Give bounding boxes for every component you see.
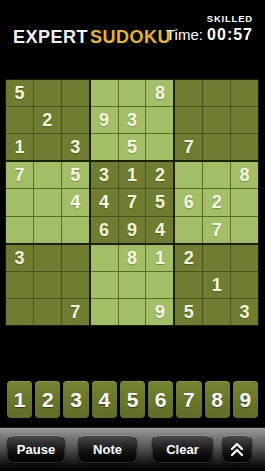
- double-chevron-up-icon: [230, 441, 244, 457]
- cell-r5c7[interactable]: 6: [175, 189, 202, 215]
- cell-r8c5[interactable]: [119, 272, 146, 298]
- cell-r7c6[interactable]: 1: [146, 245, 173, 271]
- cell-r2c2[interactable]: 2: [34, 107, 61, 133]
- cell-r5c6[interactable]: 5: [146, 189, 173, 215]
- cell-r5c3[interactable]: 4: [62, 189, 89, 215]
- numpad-button-5[interactable]: 5: [120, 381, 145, 418]
- cell-r1c2[interactable]: [34, 80, 61, 106]
- cell-r2c3[interactable]: [62, 107, 89, 133]
- box-1-1: 5213: [6, 80, 89, 160]
- cell-r1c7[interactable]: [175, 80, 202, 106]
- cell-r4c8[interactable]: [203, 162, 230, 188]
- toolbar: Pause Note Clear: [0, 427, 265, 471]
- numpad-button-6[interactable]: 6: [148, 381, 173, 418]
- cell-r5c1[interactable]: [6, 189, 33, 215]
- cell-r6c7[interactable]: [175, 217, 202, 243]
- cell-r8c6[interactable]: [146, 272, 173, 298]
- cell-r8c1[interactable]: [6, 272, 33, 298]
- cell-r4c5[interactable]: 1: [119, 162, 146, 188]
- box-1-2: 8935: [91, 80, 174, 160]
- box-3-3: 2153: [175, 245, 258, 325]
- cell-r9c2[interactable]: [34, 299, 61, 325]
- box-2-2: 312475694: [91, 162, 174, 242]
- cell-r2c5[interactable]: 3: [119, 107, 146, 133]
- cell-r3c7[interactable]: 7: [175, 134, 202, 160]
- cell-r7c4[interactable]: [91, 245, 118, 271]
- cell-r8c4[interactable]: [91, 272, 118, 298]
- cell-r3c2[interactable]: [34, 134, 61, 160]
- numpad-button-2[interactable]: 2: [35, 381, 60, 418]
- cell-r2c9[interactable]: [231, 107, 258, 133]
- cell-r6c4[interactable]: 6: [91, 217, 118, 243]
- cell-r9c3[interactable]: 7: [62, 299, 89, 325]
- cell-r1c1[interactable]: 5: [6, 80, 33, 106]
- cell-r1c8[interactable]: [203, 80, 230, 106]
- cell-r4c6[interactable]: 2: [146, 162, 173, 188]
- sudoku-board: 5213893577543124756948627378192153: [5, 79, 259, 326]
- cell-r9c5[interactable]: [119, 299, 146, 325]
- collapse-toolbar-button[interactable]: [222, 435, 252, 463]
- cell-r4c7[interactable]: [175, 162, 202, 188]
- cell-r3c9[interactable]: [231, 134, 258, 160]
- cell-r6c9[interactable]: [231, 217, 258, 243]
- cell-r2c8[interactable]: [203, 107, 230, 133]
- numpad-button-3[interactable]: 3: [63, 381, 88, 418]
- pause-button[interactable]: Pause: [7, 435, 65, 463]
- cell-r2c6[interactable]: [146, 107, 173, 133]
- cell-r1c9[interactable]: [231, 80, 258, 106]
- box-3-2: 819: [91, 245, 174, 325]
- cell-r7c5[interactable]: 8: [119, 245, 146, 271]
- cell-r7c3[interactable]: [62, 245, 89, 271]
- numpad-button-9[interactable]: 9: [233, 381, 258, 418]
- cell-r6c3[interactable]: [62, 217, 89, 243]
- cell-r4c2[interactable]: [34, 162, 61, 188]
- cell-r5c4[interactable]: 4: [91, 189, 118, 215]
- numpad-button-7[interactable]: 7: [176, 381, 201, 418]
- cell-r6c5[interactable]: 9: [119, 217, 146, 243]
- cell-r9c7[interactable]: 5: [175, 299, 202, 325]
- cell-r1c4[interactable]: [91, 80, 118, 106]
- cell-r9c4[interactable]: [91, 299, 118, 325]
- cell-r7c2[interactable]: [34, 245, 61, 271]
- cell-r1c6[interactable]: 8: [146, 80, 173, 106]
- cell-r6c2[interactable]: [34, 217, 61, 243]
- cell-r1c3[interactable]: [62, 80, 89, 106]
- cell-r9c8[interactable]: [203, 299, 230, 325]
- number-pad: 1 2 3 4 5 6 7 8 9: [7, 381, 258, 418]
- cell-r3c1[interactable]: 1: [6, 134, 33, 160]
- status-block: SKILLED Time: 00:57: [166, 13, 253, 44]
- cell-r9c9[interactable]: 3: [231, 299, 258, 325]
- cell-r5c8[interactable]: 2: [203, 189, 230, 215]
- cell-r6c8[interactable]: 7: [203, 217, 230, 243]
- cell-r8c7[interactable]: [175, 272, 202, 298]
- cell-r4c1[interactable]: 7: [6, 162, 33, 188]
- cell-r8c3[interactable]: [62, 272, 89, 298]
- cell-r2c1[interactable]: [6, 107, 33, 133]
- app-logo: EXPERTSUDOKU: [13, 27, 171, 48]
- cell-r5c2[interactable]: [34, 189, 61, 215]
- cell-r7c1[interactable]: 3: [6, 245, 33, 271]
- cell-r1c5[interactable]: [119, 80, 146, 106]
- cell-r3c5[interactable]: 5: [119, 134, 146, 160]
- time-value: 00:57: [207, 26, 253, 43]
- cell-r2c4[interactable]: 9: [91, 107, 118, 133]
- difficulty-label: SKILLED: [166, 13, 253, 24]
- cell-r3c8[interactable]: [203, 134, 230, 160]
- logo-expert: EXPERT: [13, 27, 88, 47]
- cell-r9c6[interactable]: 9: [146, 299, 173, 325]
- cell-r7c7[interactable]: 2: [175, 245, 202, 271]
- cell-r4c9[interactable]: 8: [231, 162, 258, 188]
- cell-r3c6[interactable]: [146, 134, 173, 160]
- box-2-3: 8627: [175, 162, 258, 242]
- header: EXPERTSUDOKU SKILLED Time: 00:57: [0, 0, 265, 60]
- cell-r3c3[interactable]: 3: [62, 134, 89, 160]
- cell-r4c4[interactable]: 3: [91, 162, 118, 188]
- cell-r6c6[interactable]: 4: [146, 217, 173, 243]
- cell-r8c9[interactable]: [231, 272, 258, 298]
- clear-button[interactable]: Clear: [152, 435, 213, 463]
- cell-r2c7[interactable]: [175, 107, 202, 133]
- cell-r3c4[interactable]: [91, 134, 118, 160]
- note-button[interactable]: Note: [78, 435, 137, 463]
- box-1-3: 7: [175, 80, 258, 160]
- numpad-button-4[interactable]: 4: [92, 381, 117, 418]
- cell-r8c2[interactable]: [34, 272, 61, 298]
- numpad-button-8[interactable]: 8: [205, 381, 230, 418]
- cell-r4c3[interactable]: 5: [62, 162, 89, 188]
- sudoku-app: EXPERTSUDOKU SKILLED Time: 00:57 5213893…: [0, 0, 265, 471]
- cell-r5c5[interactable]: 7: [119, 189, 146, 215]
- cell-r5c9[interactable]: [231, 189, 258, 215]
- cell-r6c1[interactable]: [6, 217, 33, 243]
- box-2-1: 754: [6, 162, 89, 242]
- time-label: Time:: [166, 26, 203, 43]
- numpad-button-1[interactable]: 1: [7, 381, 32, 418]
- cell-r8c8[interactable]: 1: [203, 272, 230, 298]
- cell-r7c9[interactable]: [231, 245, 258, 271]
- timer: Time: 00:57: [166, 26, 253, 44]
- logo-sudoku: SUDOKU: [90, 27, 171, 47]
- box-3-1: 37: [6, 245, 89, 325]
- cell-r7c8[interactable]: [203, 245, 230, 271]
- cell-r9c1[interactable]: [6, 299, 33, 325]
